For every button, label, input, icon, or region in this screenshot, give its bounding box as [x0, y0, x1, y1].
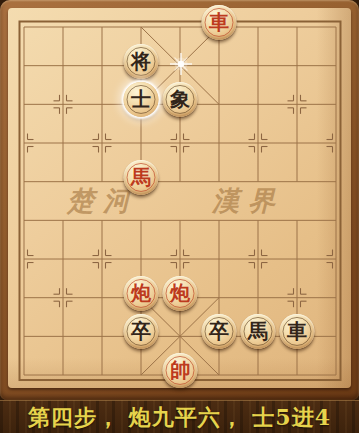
board-cell[interactable] — [44, 240, 83, 279]
board-cell[interactable] — [83, 240, 122, 279]
board-cell[interactable] — [83, 278, 122, 317]
board-cell[interactable] — [200, 278, 239, 317]
board-cell[interactable] — [44, 356, 83, 395]
board-cell[interactable] — [83, 162, 122, 201]
board-cell[interactable]: 車 — [200, 8, 239, 47]
board-cell[interactable] — [161, 46, 200, 85]
board-cell[interactable] — [317, 201, 356, 240]
board-cell[interactable] — [122, 8, 161, 47]
board-cell[interactable] — [278, 278, 317, 317]
board-cell[interactable] — [278, 124, 317, 163]
board-cell[interactable] — [44, 162, 83, 201]
board-cell[interactable] — [239, 240, 278, 279]
piece-black-horse[interactable]: 馬 — [241, 314, 276, 349]
piece-black-general[interactable]: 将 — [124, 44, 159, 79]
board-cell[interactable] — [44, 201, 83, 240]
board-cell[interactable]: 卒 — [200, 317, 239, 356]
board-cell[interactable]: 馬 — [122, 162, 161, 201]
board-cell[interactable] — [5, 85, 44, 124]
board-cell[interactable] — [122, 124, 161, 163]
board-cell[interactable] — [44, 317, 83, 356]
board-cell[interactable] — [317, 124, 356, 163]
piece-black-elephant[interactable]: 象 — [163, 82, 198, 117]
board-cell[interactable] — [317, 46, 356, 85]
xiangqi-board: 楚河 漢界 車将士象馬炮炮卒卒馬車帥 — [0, 0, 359, 400]
board-cell[interactable] — [5, 124, 44, 163]
board-cell[interactable]: 炮 — [122, 278, 161, 317]
board-cell[interactable] — [200, 201, 239, 240]
board-cell[interactable]: 車 — [278, 317, 317, 356]
board-cell[interactable] — [317, 278, 356, 317]
piece-red-general[interactable]: 帥 — [163, 353, 198, 388]
board-surface: 楚河 漢界 車将士象馬炮炮卒卒馬車帥 — [8, 8, 351, 388]
board-cell[interactable] — [239, 85, 278, 124]
board-cell[interactable] — [278, 356, 317, 395]
board-cell[interactable] — [83, 46, 122, 85]
board-cell[interactable] — [122, 201, 161, 240]
board-cell[interactable] — [161, 201, 200, 240]
board-cell[interactable] — [5, 8, 44, 47]
board-cell[interactable] — [5, 278, 44, 317]
board-cell[interactable] — [161, 317, 200, 356]
piece-black-chariot[interactable]: 車 — [280, 314, 315, 349]
board-cell[interactable] — [239, 356, 278, 395]
board-cell[interactable] — [278, 201, 317, 240]
board-cell[interactable] — [5, 317, 44, 356]
piece-glyph: 帥 — [170, 353, 190, 388]
board-cell[interactable] — [83, 317, 122, 356]
piece-glyph: 象 — [170, 82, 190, 117]
piece-glyph: 将 — [131, 44, 151, 79]
board-cell[interactable] — [44, 46, 83, 85]
piece-glyph: 車 — [209, 5, 229, 40]
piece-black-advisor[interactable]: 士 — [124, 82, 159, 117]
board-cell[interactable] — [5, 240, 44, 279]
board-cell[interactable] — [278, 240, 317, 279]
board-cell[interactable] — [200, 240, 239, 279]
board-cell[interactable] — [239, 162, 278, 201]
piece-red-cannon[interactable]: 炮 — [124, 275, 159, 310]
board-cell[interactable] — [317, 162, 356, 201]
board-cell[interactable]: 炮 — [161, 278, 200, 317]
board-cell[interactable] — [83, 124, 122, 163]
board-cell[interactable] — [83, 356, 122, 395]
board-cell[interactable] — [44, 8, 83, 47]
board-cell[interactable] — [122, 356, 161, 395]
board-cell[interactable]: 卒 — [122, 317, 161, 356]
board-cell[interactable] — [122, 240, 161, 279]
board-cell[interactable] — [239, 8, 278, 47]
board-cell[interactable] — [44, 124, 83, 163]
board-cell[interactable]: 馬 — [239, 317, 278, 356]
board-cell[interactable] — [317, 85, 356, 124]
board-cell[interactable] — [161, 8, 200, 47]
board-cell[interactable] — [200, 162, 239, 201]
board-cell[interactable] — [239, 46, 278, 85]
board-cell[interactable]: 将 — [122, 46, 161, 85]
piece-black-pawn[interactable]: 卒 — [202, 314, 237, 349]
board-cell[interactable] — [278, 85, 317, 124]
piece-glyph: 炮 — [131, 275, 151, 310]
board-cell[interactable]: 士 — [122, 85, 161, 124]
piece-red-horse[interactable]: 馬 — [124, 160, 159, 195]
board-cell[interactable] — [317, 8, 356, 47]
piece-red-chariot[interactable]: 車 — [202, 5, 237, 40]
board-cell[interactable] — [83, 8, 122, 47]
board-cell[interactable] — [44, 278, 83, 317]
board-cell[interactable] — [5, 162, 44, 201]
piece-glyph: 馬 — [131, 160, 151, 195]
piece-glyph: 車 — [287, 314, 307, 349]
piece-glyph: 卒 — [131, 314, 151, 349]
piece-glyph: 馬 — [248, 314, 268, 349]
piece-glyph: 士 — [131, 82, 151, 117]
board-cell[interactable] — [317, 356, 356, 395]
board-cell[interactable]: 象 — [161, 85, 200, 124]
board-cell[interactable] — [317, 317, 356, 356]
game-screen: 楚河 漢界 車将士象馬炮炮卒卒馬車帥 第四步， — [0, 0, 359, 433]
board-cell[interactable] — [239, 201, 278, 240]
piece-glyph: 炮 — [170, 275, 190, 310]
board-cell[interactable] — [200, 46, 239, 85]
caption-bar: 第四步， 炮九平六， 士5进4 — [0, 400, 359, 433]
piece-glyph: 卒 — [209, 314, 229, 349]
piece-black-pawn[interactable]: 卒 — [124, 314, 159, 349]
board-cell[interactable] — [278, 46, 317, 85]
board-cell[interactable] — [239, 124, 278, 163]
board-cell[interactable] — [83, 85, 122, 124]
board-cell[interactable] — [200, 124, 239, 163]
board-cell[interactable] — [5, 201, 44, 240]
board-cell[interactable] — [5, 356, 44, 395]
board-cell[interactable] — [5, 46, 44, 85]
board-cell[interactable] — [161, 124, 200, 163]
board-intersections: 車将士象馬炮炮卒卒馬車帥 — [5, 8, 356, 395]
board-cell[interactable] — [83, 201, 122, 240]
board-cell[interactable] — [317, 240, 356, 279]
piece-red-cannon[interactable]: 炮 — [163, 275, 198, 310]
board-cell[interactable] — [161, 240, 200, 279]
board-cell[interactable] — [44, 85, 83, 124]
board-cell[interactable] — [161, 162, 200, 201]
move-caption: 第四步， 炮九平六， 士5进4 — [28, 403, 331, 433]
board-cell[interactable] — [200, 356, 239, 395]
board-cell[interactable] — [200, 85, 239, 124]
board-cell[interactable] — [278, 162, 317, 201]
board-cell[interactable] — [278, 8, 317, 47]
board-cell[interactable] — [239, 278, 278, 317]
board-cell[interactable]: 帥 — [161, 356, 200, 395]
